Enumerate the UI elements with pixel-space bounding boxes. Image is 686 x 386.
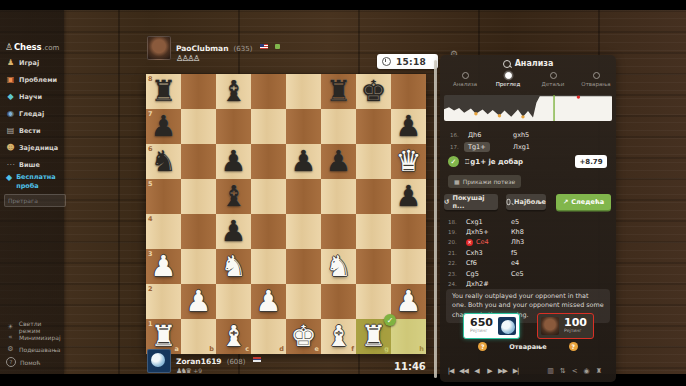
square-a2[interactable]: 2 <box>146 284 181 319</box>
opening-label[interactable]: Отварање <box>509 343 546 351</box>
footer-item-settings[interactable]: ⚙Подешавања <box>6 345 60 353</box>
square-g7[interactable] <box>356 109 391 144</box>
square-f4[interactable] <box>321 214 356 249</box>
community-icon: ☻ <box>6 143 15 152</box>
square-d3[interactable] <box>251 249 286 284</box>
panel-title: Анализа <box>515 59 554 68</box>
search-input[interactable] <box>4 194 66 207</box>
square-d6[interactable] <box>251 144 286 179</box>
square-f8[interactable]: ♜ <box>321 74 356 109</box>
square-d7[interactable] <box>251 109 286 144</box>
square-e2[interactable] <box>286 284 321 319</box>
square-h2[interactable]: ♟ <box>391 284 426 319</box>
square-b6[interactable] <box>181 144 216 179</box>
square-d2[interactable]: ♟ <box>251 284 286 319</box>
top-player-captured-pieces: ♙♙♙♙ <box>176 55 280 63</box>
panel-scrollbar[interactable] <box>434 60 437 378</box>
piece-black-pawn[interactable]: ♟ <box>216 144 251 179</box>
footer-item-help[interactable]: ?Помоћ <box>6 357 40 367</box>
blunder-icon: ✕ <box>466 239 473 246</box>
square-b8[interactable] <box>181 74 216 109</box>
white-rating-card: 650 Рејтинг <box>463 313 520 339</box>
square-e1[interactable]: e♚ <box>286 319 321 354</box>
move-row-18.[interactable]: 18. Сxg1 e5 <box>440 216 616 227</box>
square-c2[interactable] <box>216 284 251 319</box>
sidebar-item-more[interactable]: ⋯Више <box>6 160 40 169</box>
square-h1[interactable]: h <box>391 319 426 354</box>
next-icon: ↗ <box>563 198 568 206</box>
best-move-banner: ✓ ♖g1+ је добар <box>448 156 523 167</box>
bottom-player-name[interactable]: Zoran1619 <box>176 357 222 366</box>
top-clock-time: 15:18 <box>396 57 426 67</box>
move-row-19.[interactable]: 19. Дxh5+ Кh8 <box>440 226 616 237</box>
retry-icon: ↺ <box>444 198 449 206</box>
bottom-player-bar: Zoran1619 (608) ♟♞♛+9 <box>147 349 261 375</box>
tab-icon <box>593 72 600 79</box>
white-card-avatar <box>498 317 516 335</box>
piece-black-pawn[interactable]: ♟ <box>321 144 356 179</box>
piece-white-knight[interactable]: ♞ <box>216 249 251 284</box>
piece-white-pawn[interactable]: ♟ <box>251 284 286 319</box>
free-trial-label: Бесплатнапроба <box>16 173 56 191</box>
diamond-icon: ◆ <box>6 173 12 191</box>
move-row-24.[interactable]: 24. Дxh2# <box>440 278 616 289</box>
footer-item-minimize[interactable]: «Минимизирај <box>6 333 61 341</box>
square-c6[interactable]: ♟ <box>216 144 251 179</box>
piece-black-bishop[interactable]: ♝ <box>216 179 251 214</box>
piece-black-bishop[interactable]: ♝ <box>216 74 251 109</box>
square-g1[interactable]: g♜✓ <box>356 319 391 354</box>
fast-back-button[interactable]: ◀◀ <box>459 367 468 375</box>
piece-black-rook[interactable]: ♜ <box>321 74 356 109</box>
rank-label: 2 <box>148 285 153 293</box>
black-rating-card: 100 Рејтинг <box>537 313 594 339</box>
square-b5[interactable] <box>181 179 216 214</box>
logo-suffix: .com <box>42 44 59 52</box>
best-move-badge-icon: ✓ <box>384 314 396 326</box>
clock-icon <box>382 57 391 66</box>
white-rating-label: Рејтинг <box>470 328 493 334</box>
black-game-rating: 100 <box>564 317 587 328</box>
square-g5[interactable] <box>356 179 391 214</box>
record-icon[interactable]: ◉ <box>584 367 590 375</box>
file-label: d <box>279 345 284 353</box>
flip-board-icon[interactable]: ⇅ <box>560 367 566 375</box>
square-d8[interactable] <box>251 74 286 109</box>
best-move-text: ♖g1+ је добар <box>464 158 523 166</box>
app-frame: ♙ Chess .com ♟Играј▣Проблеми◆Научи◉Гледа… <box>0 0 686 386</box>
square-f5[interactable] <box>321 179 356 214</box>
question-badge-right[interactable]: ? <box>569 342 578 351</box>
binoculars-icon: ◉ <box>6 109 15 118</box>
move-row-20.[interactable]: 20. ✕Сe4 Лh3 <box>440 237 616 248</box>
magnifier-icon <box>503 60 511 68</box>
square-g8[interactable]: ♚ <box>356 74 391 109</box>
logo-text: Chess <box>14 42 41 52</box>
tab-icon <box>505 72 512 79</box>
square-a4[interactable]: 4 <box>146 214 181 249</box>
square-e7[interactable] <box>286 109 321 144</box>
ellipsis-icon: ⋯ <box>6 160 15 169</box>
square-h3[interactable] <box>391 249 426 284</box>
square-c8[interactable]: ♝ <box>216 74 251 109</box>
move-row-16.[interactable]: 16. Дh6 gxh5 <box>440 129 616 140</box>
piece-black-rook[interactable]: ♜ <box>146 74 181 109</box>
forward-button[interactable]: ▶ <box>485 367 494 375</box>
square-a3[interactable]: 3♟ <box>146 249 181 284</box>
move-row-22.[interactable]: 22. Сf6 e4 <box>440 258 616 269</box>
square-h5[interactable]: ♟ <box>391 179 426 214</box>
sidebar-item-puzzles[interactable]: ▣Проблеми <box>6 75 57 84</box>
square-a7[interactable]: 7♟ <box>146 109 181 144</box>
help-icon: ? <box>6 357 16 367</box>
square-f3[interactable]: ♞ <box>321 249 356 284</box>
square-f2[interactable] <box>321 284 356 319</box>
bottom-player-captured-pieces: ♟♞♛+9 <box>176 368 261 375</box>
tab-Отварања[interactable]: Отварања <box>576 72 616 87</box>
tab-Анализа[interactable]: Анализа <box>445 72 485 87</box>
question-badge-left[interactable]: ? <box>478 342 487 351</box>
material-advantage: +9 <box>193 367 202 374</box>
white-game-rating: 650 <box>470 317 493 328</box>
piece-white-pawn[interactable]: ♟ <box>146 249 181 284</box>
bottom-clock-time: 11:46 <box>394 361 426 372</box>
square-e8[interactable] <box>286 74 321 109</box>
sidebar-item-free-trial[interactable]: ◆ Бесплатнапроба <box>6 173 56 191</box>
top-player-name[interactable]: PaoClubman <box>176 44 229 53</box>
move-row-23.[interactable]: 23. Сg5 Сe5 <box>440 268 616 279</box>
top-player-bar: PaoClubman (635) ♙♙♙♙ <box>147 36 280 63</box>
piece-black-pawn[interactable]: ♟ <box>146 109 181 144</box>
square-h6[interactable]: ♛ <box>391 144 426 179</box>
square-c7[interactable] <box>216 109 251 144</box>
show-moves-button[interactable]: ▦ Прикажи потезе <box>448 175 521 188</box>
black-rating-label: Рејтинг <box>564 328 587 334</box>
square-g2[interactable] <box>356 284 391 319</box>
square-g3[interactable] <box>356 249 391 284</box>
serbia-flag-icon <box>253 357 261 362</box>
opening-row: ? Отварање ? <box>440 342 616 351</box>
square-b2[interactable]: ♟ <box>181 284 216 319</box>
move-highlight <box>391 319 426 354</box>
square-e6[interactable]: ♟ <box>286 144 321 179</box>
news-icon: ▤ <box>6 126 15 135</box>
tab-icon <box>462 72 469 79</box>
top-clock: 15:18 <box>377 54 438 69</box>
square-a8[interactable]: 8♜ <box>146 74 181 109</box>
chess-board: 8♜♝♜♚7♟♟6♞♟♟♟♛5♝♟4♟3♟♞♞2♟♟♟1a♜bc♝de♚f♝g♜… <box>146 74 426 354</box>
top-player-rating: (635) <box>234 45 253 53</box>
rank-label: 5 <box>148 180 153 188</box>
move-row-17.[interactable]: 17. Тg1+ Лxg1 <box>440 141 616 152</box>
square-h7[interactable]: ♟ <box>391 109 426 144</box>
move-row-21.[interactable]: 21. Сxh3 f5 <box>440 247 616 258</box>
us-flag-icon <box>260 44 268 49</box>
learn-icon: ◆ <box>6 92 15 101</box>
square-f6[interactable]: ♟ <box>321 144 356 179</box>
piece-white-pawn[interactable]: ♟ <box>181 284 216 319</box>
wood-background: ♙ Chess .com ♟Играј▣Проблеми◆Научи◉Гледа… <box>0 10 686 374</box>
best-button[interactable]: Најбоље <box>506 194 546 210</box>
square-b4[interactable] <box>181 214 216 249</box>
square-a6[interactable]: 6♞ <box>146 144 181 179</box>
tab-icon <box>550 72 557 79</box>
square-b7[interactable] <box>181 109 216 144</box>
piece-black-pawn[interactable]: ♟ <box>286 144 321 179</box>
share-icon[interactable]: < <box>572 367 578 375</box>
footer-item-light-mode[interactable]: ☀Светли режим <box>6 320 64 334</box>
square-f7[interactable] <box>321 109 356 144</box>
sidebar-item-watch[interactable]: ◉Гледај <box>6 109 44 118</box>
best-magnifier-icon <box>507 199 511 205</box>
analysis-panel: Анализа АнализаПрегледДетаљиОтварања 16.… <box>440 55 616 382</box>
square-c4[interactable]: ♟ <box>216 214 251 249</box>
piece-black-pawn[interactable]: ♟ <box>391 179 426 214</box>
piece-black-knight[interactable]: ♞ <box>146 144 181 179</box>
fast-forward-button[interactable]: ▶▶ <box>498 367 507 375</box>
move-navigation-bar: |◀◀◀◀▶▶▶▶| ▥⇅<◉♜ <box>440 359 616 382</box>
rank-label: 4 <box>148 215 153 223</box>
sidebar-item-learn[interactable]: ◆Научи <box>6 92 42 101</box>
piece-white-queen[interactable]: ♛ <box>391 144 426 179</box>
square-g6[interactable] <box>356 144 391 179</box>
logo-pawn-icon: ♙ <box>5 42 13 52</box>
eval-graph[interactable] <box>444 95 612 121</box>
square-d4[interactable] <box>251 214 286 249</box>
piece-black-pawn[interactable]: ♟ <box>391 109 426 144</box>
sidebar-item-play[interactable]: ♟Играј <box>6 58 39 67</box>
square-a5[interactable]: 5 <box>146 179 181 214</box>
tab-Детаљи[interactable]: Детаљи <box>533 72 573 87</box>
piece-white-king[interactable]: ♚ <box>286 319 321 354</box>
minimize-icon: « <box>6 333 15 341</box>
square-h4[interactable] <box>391 214 426 249</box>
bottom-player-rating: (608) <box>227 358 246 366</box>
next-button[interactable]: ↗ Следећа <box>556 194 611 210</box>
grid-icon: ▦ <box>454 178 460 185</box>
light-mode-icon: ☀ <box>6 323 15 331</box>
panel-header: Анализа <box>440 59 616 68</box>
pawn-icon: ♟ <box>6 58 15 67</box>
stats-icon[interactable]: ▥ <box>547 367 554 375</box>
check-circle-icon: ✓ <box>448 156 459 167</box>
square-h8[interactable] <box>391 74 426 109</box>
sidebar: ♙ Chess .com ♟Играј▣Проблеми◆Научи◉Гледа… <box>0 10 64 374</box>
membership-chip-icon <box>275 44 280 49</box>
first-move-button[interactable]: |◀ <box>446 367 455 375</box>
square-e3[interactable] <box>286 249 321 284</box>
square-e5[interactable] <box>286 179 321 214</box>
piece-white-knight[interactable]: ♞ <box>321 249 356 284</box>
piece-white-bishop[interactable]: ♝ <box>321 319 356 354</box>
square-c3[interactable]: ♞ <box>216 249 251 284</box>
square-g4[interactable] <box>356 214 391 249</box>
piece-black-king[interactable]: ♚ <box>356 74 391 109</box>
black-card-avatar <box>541 317 559 335</box>
top-player-avatar[interactable] <box>147 36 171 60</box>
piece-white-pawn[interactable]: ♟ <box>391 284 426 319</box>
piece-black-pawn[interactable]: ♟ <box>216 214 251 249</box>
square-b3[interactable] <box>181 249 216 284</box>
retry-button[interactable]: ↺ Покушај п... <box>444 194 498 210</box>
puzzle-icon: ▣ <box>6 75 15 84</box>
sidebar-item-news[interactable]: ▤Вести <box>6 126 41 135</box>
tab-Преглед[interactable]: Преглед <box>488 72 528 87</box>
settings-icon: ⚙ <box>6 345 15 353</box>
bottom-player-avatar[interactable] <box>147 349 171 373</box>
eval-score-badge: +8.79 <box>575 155 607 168</box>
chesscom-logo[interactable]: ♙ Chess .com <box>5 42 59 52</box>
square-f1[interactable]: f♝ <box>321 319 356 354</box>
square-c5[interactable]: ♝ <box>216 179 251 214</box>
square-e4[interactable] <box>286 214 321 249</box>
last-move-button[interactable]: ▶| <box>511 367 520 375</box>
back-button[interactable]: ◀ <box>472 367 481 375</box>
sidebar-item-community[interactable]: ☻Заједница <box>6 143 58 152</box>
engine-icon[interactable]: ♜ <box>596 367 602 375</box>
square-d5[interactable] <box>251 179 286 214</box>
